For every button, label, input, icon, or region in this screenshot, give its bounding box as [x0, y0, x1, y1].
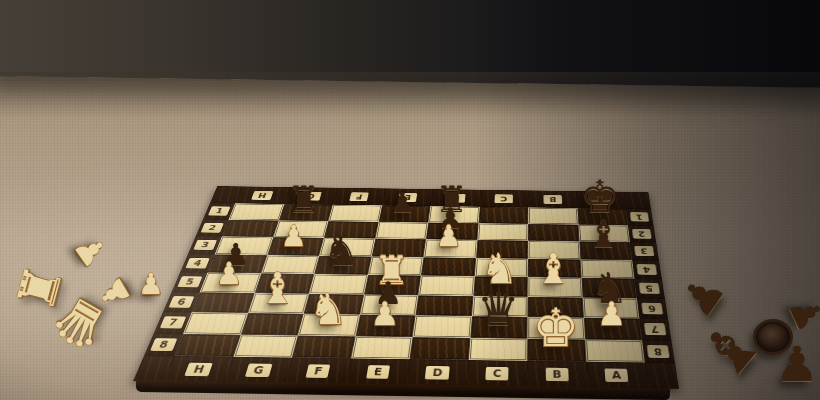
piece-white-pawn-g3[interactable]: ♟ — [281, 222, 307, 251]
piece-white-king-b8[interactable]: ♚ — [532, 302, 579, 354]
piece-white-pawn-h5[interactable]: ♟ — [216, 259, 243, 289]
piece-black-pawn-e1[interactable]: ♟ — [390, 189, 415, 217]
piece-black-queen-c7[interactable]: ♛ — [477, 284, 519, 331]
captured-white-pawn-3[interactable]: ♟ — [138, 270, 164, 299]
photo-scene: HGFEDCBA1122334455667788HGFEDCBA ♚♜♟♜♟♝♟… — [0, 0, 820, 400]
piece-white-knight-f7[interactable]: ♞ — [309, 288, 348, 331]
piece-black-bishop-a3[interactable]: ♝ — [586, 213, 621, 252]
piece-white-bishop-g6[interactable]: ♝ — [259, 268, 297, 310]
piece-white-pawn-a7[interactable]: ♟ — [597, 298, 626, 330]
captured-black-pawn-4[interactable]: ♟ — [775, 340, 818, 388]
piece-black-rook-g1[interactable]: ♜ — [287, 182, 319, 218]
piece-white-pawn-d3[interactable]: ♟ — [436, 222, 462, 251]
piece-white-bishop-b5[interactable]: ♝ — [535, 249, 572, 290]
piece-black-knight-f4[interactable]: ♞ — [324, 231, 360, 271]
piece-white-pawn-e7[interactable]: ♟ — [371, 298, 400, 330]
